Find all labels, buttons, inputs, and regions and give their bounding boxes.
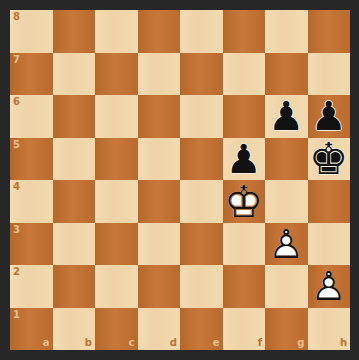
square-g3[interactable]: ♟♙ (265, 223, 308, 266)
square-h2[interactable]: ♟♙ (308, 265, 351, 308)
square-f8[interactable] (223, 10, 266, 53)
chess-board: 876♟♟5♟♚4♚♔3♟♙2♟♙1abcdefgh (10, 10, 350, 350)
square-d6[interactable] (138, 95, 181, 138)
rank-label-7: 7 (13, 55, 20, 65)
file-label-b: b (85, 338, 92, 348)
square-g5[interactable] (265, 138, 308, 181)
file-label-e: e (213, 338, 220, 348)
square-f3[interactable] (223, 223, 266, 266)
square-d8[interactable] (138, 10, 181, 53)
square-a5[interactable]: 5 (10, 138, 53, 181)
square-f5[interactable]: ♟ (223, 138, 266, 181)
black-king-fill-glyph: ♚ (308, 138, 351, 181)
square-a1[interactable]: 1a (10, 308, 53, 351)
rank-label-1: 1 (13, 310, 20, 320)
square-f4[interactable]: ♚♔ (223, 180, 266, 223)
board-frame: 876♟♟5♟♚4♚♔3♟♙2♟♙1abcdefgh (0, 0, 359, 360)
file-label-g: g (297, 338, 304, 348)
file-label-a: a (43, 338, 50, 348)
white-king-outline-glyph: ♔ (223, 180, 266, 223)
square-c2[interactable] (95, 265, 138, 308)
square-h3[interactable] (308, 223, 351, 266)
white-pawn-outline-glyph: ♙ (308, 265, 351, 308)
file-label-c: c (129, 338, 135, 348)
square-b5[interactable] (53, 138, 96, 181)
piece-black-pawn[interactable]: ♟ (308, 95, 351, 138)
square-a3[interactable]: 3 (10, 223, 53, 266)
square-c8[interactable] (95, 10, 138, 53)
rank-label-8: 8 (13, 12, 20, 22)
square-h6[interactable]: ♟ (308, 95, 351, 138)
square-g2[interactable] (265, 265, 308, 308)
square-e3[interactable] (180, 223, 223, 266)
square-h1[interactable]: h (308, 308, 351, 351)
square-b8[interactable] (53, 10, 96, 53)
piece-white-king[interactable]: ♚♔ (223, 180, 266, 223)
square-b2[interactable] (53, 265, 96, 308)
square-h8[interactable] (308, 10, 351, 53)
square-f7[interactable] (223, 53, 266, 96)
square-d4[interactable] (138, 180, 181, 223)
square-b4[interactable] (53, 180, 96, 223)
rank-label-3: 3 (13, 225, 20, 235)
square-b3[interactable] (53, 223, 96, 266)
square-a7[interactable]: 7 (10, 53, 53, 96)
square-e8[interactable] (180, 10, 223, 53)
square-b7[interactable] (53, 53, 96, 96)
black-pawn-fill-glyph: ♟ (223, 138, 266, 181)
square-c5[interactable] (95, 138, 138, 181)
square-b1[interactable]: b (53, 308, 96, 351)
square-d2[interactable] (138, 265, 181, 308)
square-a4[interactable]: 4 (10, 180, 53, 223)
piece-black-pawn[interactable]: ♟ (265, 95, 308, 138)
square-e7[interactable] (180, 53, 223, 96)
square-h7[interactable] (308, 53, 351, 96)
square-e6[interactable] (180, 95, 223, 138)
piece-white-pawn[interactable]: ♟♙ (308, 265, 351, 308)
black-pawn-fill-glyph: ♟ (265, 95, 308, 138)
file-label-h: h (340, 338, 347, 348)
square-b6[interactable] (53, 95, 96, 138)
square-c1[interactable]: c (95, 308, 138, 351)
square-e2[interactable] (180, 265, 223, 308)
square-a6[interactable]: 6 (10, 95, 53, 138)
black-pawn-fill-glyph: ♟ (308, 95, 351, 138)
piece-white-pawn[interactable]: ♟♙ (265, 223, 308, 266)
square-d7[interactable] (138, 53, 181, 96)
square-c6[interactable] (95, 95, 138, 138)
square-f1[interactable]: f (223, 308, 266, 351)
square-a8[interactable]: 8 (10, 10, 53, 53)
square-c4[interactable] (95, 180, 138, 223)
rank-label-5: 5 (13, 140, 20, 150)
piece-black-king[interactable]: ♚ (308, 138, 351, 181)
rank-label-6: 6 (13, 97, 20, 107)
square-g8[interactable] (265, 10, 308, 53)
square-g4[interactable] (265, 180, 308, 223)
square-c7[interactable] (95, 53, 138, 96)
file-label-f: f (258, 338, 262, 348)
square-f2[interactable] (223, 265, 266, 308)
rank-label-4: 4 (13, 182, 20, 192)
square-g1[interactable]: g (265, 308, 308, 351)
square-e4[interactable] (180, 180, 223, 223)
rank-label-2: 2 (13, 267, 20, 277)
square-d5[interactable] (138, 138, 181, 181)
square-d1[interactable]: d (138, 308, 181, 351)
square-h5[interactable]: ♚ (308, 138, 351, 181)
square-f6[interactable] (223, 95, 266, 138)
square-g7[interactable] (265, 53, 308, 96)
square-e5[interactable] (180, 138, 223, 181)
square-e1[interactable]: e (180, 308, 223, 351)
file-label-d: d (170, 338, 177, 348)
square-d3[interactable] (138, 223, 181, 266)
square-h4[interactable] (308, 180, 351, 223)
piece-black-pawn[interactable]: ♟ (223, 138, 266, 181)
white-pawn-outline-glyph: ♙ (265, 223, 308, 266)
square-a2[interactable]: 2 (10, 265, 53, 308)
square-c3[interactable] (95, 223, 138, 266)
square-g6[interactable]: ♟ (265, 95, 308, 138)
